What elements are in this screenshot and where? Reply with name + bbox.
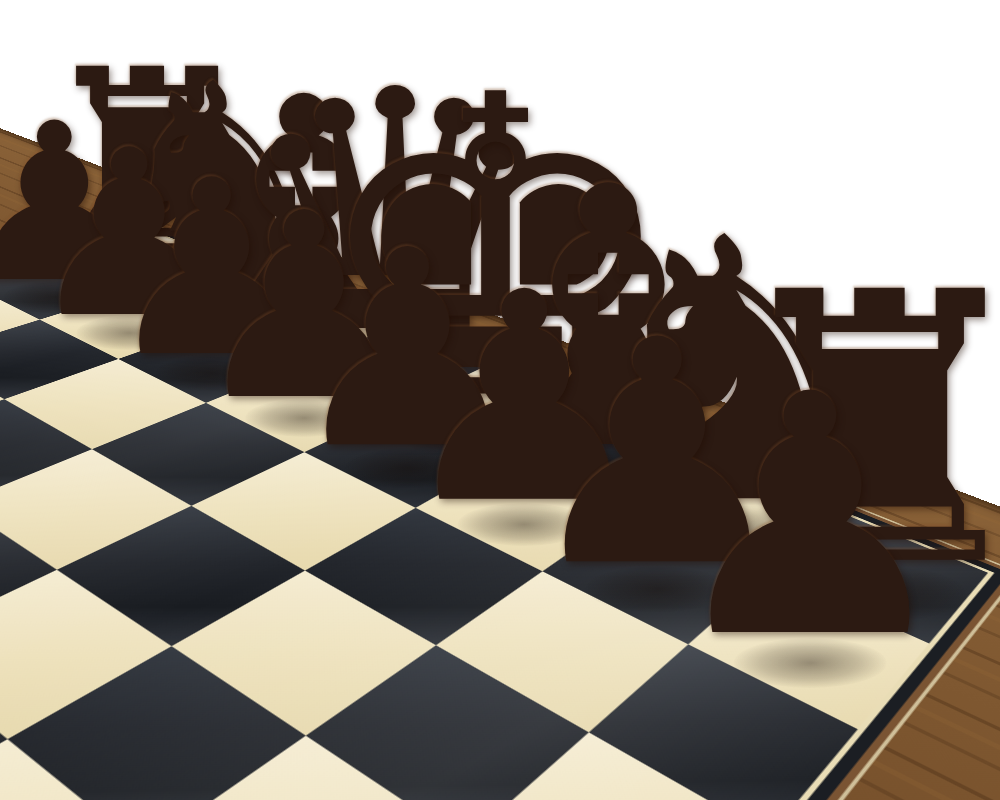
piece-dark-pawn-h7[interactable]: ♟ bbox=[661, 352, 959, 684]
product-photo-stage: ♜♞♝♛♚♝♞♜♟♟♟♟♟♟♟♟ bbox=[0, 0, 1000, 800]
pieces-layer: ♜♞♝♛♚♝♞♜♟♟♟♟♟♟♟♟ bbox=[0, 0, 1000, 800]
